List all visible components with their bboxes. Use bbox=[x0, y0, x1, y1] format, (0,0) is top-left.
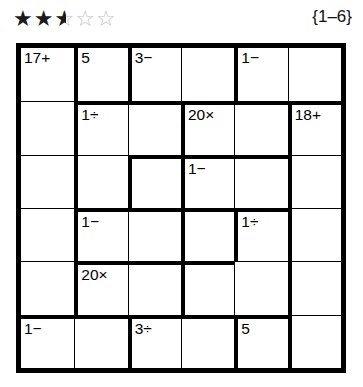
cell-r5c6[interactable] bbox=[288, 261, 341, 314]
cell-r1c3[interactable]: 3− bbox=[128, 48, 181, 101]
cage-clue: 17+ bbox=[21, 48, 74, 67]
digit-range-label: {1–6} bbox=[312, 7, 352, 27]
cage-clue: 18+ bbox=[292, 105, 341, 124]
cell-r3c4[interactable]: 1− bbox=[181, 155, 234, 208]
cell-r4c3[interactable] bbox=[128, 208, 181, 261]
cell-r4c1[interactable] bbox=[21, 208, 74, 261]
cell-r2c5[interactable] bbox=[234, 101, 287, 154]
difficulty-rating: ★★★☆☆☆ bbox=[13, 6, 117, 32]
cell-r6c4[interactable] bbox=[181, 315, 234, 368]
star-filled-icon: ★ bbox=[13, 6, 34, 32]
cell-r2c6[interactable]: 18+ bbox=[288, 101, 341, 154]
cell-r4c5[interactable]: 1÷ bbox=[234, 208, 287, 261]
cell-r4c2[interactable]: 1− bbox=[74, 208, 127, 261]
cage-clue: 3÷ bbox=[132, 319, 181, 338]
star-empty-icon: ☆ bbox=[75, 6, 96, 32]
cage-clue: 5 bbox=[78, 48, 127, 67]
cage-clue: 5 bbox=[238, 319, 287, 338]
cell-r3c2[interactable] bbox=[74, 155, 127, 208]
cell-r3c3[interactable] bbox=[128, 155, 181, 208]
cell-r4c6[interactable] bbox=[288, 208, 341, 261]
cell-r1c2[interactable]: 5 bbox=[74, 48, 127, 101]
cell-r3c1[interactable] bbox=[21, 155, 74, 208]
puzzle-grid: 17+53−1−1÷20×18+1−1−1÷20×1−3÷5 bbox=[16, 43, 346, 373]
cell-r2c1[interactable] bbox=[21, 101, 74, 154]
puzzle-page: ★★★☆☆☆ {1–6} 17+53−1−1÷20×18+1−1−1÷20×1−… bbox=[0, 0, 363, 387]
cell-r5c2[interactable]: 20× bbox=[74, 261, 127, 314]
cell-r6c2[interactable] bbox=[74, 315, 127, 368]
cell-r1c6[interactable] bbox=[288, 48, 341, 101]
cell-r1c1[interactable]: 17+ bbox=[21, 48, 74, 101]
cell-r5c5[interactable] bbox=[234, 261, 287, 314]
cell-r3c5[interactable] bbox=[234, 155, 287, 208]
cell-r5c1[interactable] bbox=[21, 261, 74, 314]
cell-r2c4[interactable]: 20× bbox=[181, 101, 234, 154]
cell-r2c3[interactable] bbox=[128, 101, 181, 154]
cell-r6c6[interactable] bbox=[288, 315, 341, 368]
cage-clue: 20× bbox=[185, 105, 234, 124]
cell-r5c4[interactable] bbox=[181, 261, 234, 314]
cage-clue: 1− bbox=[238, 48, 287, 67]
cage-clue: 20× bbox=[78, 265, 127, 284]
cell-r4c4[interactable] bbox=[181, 208, 234, 261]
star-empty-icon: ☆ bbox=[96, 6, 117, 32]
cage-clue: 1− bbox=[185, 159, 234, 178]
cell-r6c1[interactable]: 1− bbox=[21, 315, 74, 368]
cell-r6c3[interactable]: 3÷ bbox=[128, 315, 181, 368]
cell-r3c6[interactable] bbox=[288, 155, 341, 208]
cage-clue: 1− bbox=[78, 212, 127, 231]
cage-clue: 1÷ bbox=[78, 105, 127, 124]
star-filled-icon: ★ bbox=[34, 6, 55, 32]
cell-r5c3[interactable] bbox=[128, 261, 181, 314]
cage-clue: 1÷ bbox=[238, 212, 287, 231]
cell-r2c2[interactable]: 1÷ bbox=[74, 101, 127, 154]
cell-r6c5[interactable]: 5 bbox=[234, 315, 287, 368]
cell-r1c5[interactable]: 1− bbox=[234, 48, 287, 101]
cage-clue: 1− bbox=[21, 319, 74, 338]
cell-r1c4[interactable] bbox=[181, 48, 234, 101]
star-half-icon: ★☆ bbox=[54, 6, 75, 32]
cage-clue: 3− bbox=[132, 48, 181, 67]
